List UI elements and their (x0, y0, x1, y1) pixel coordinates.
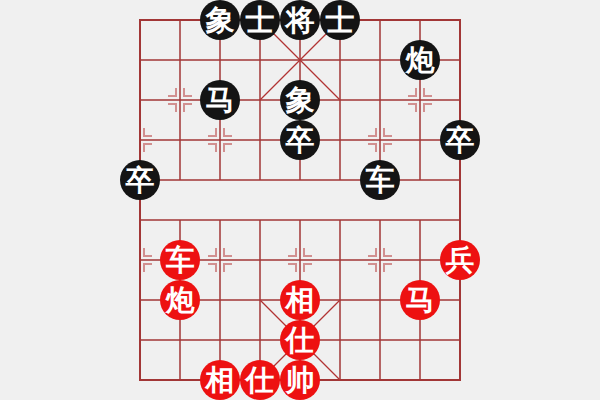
piece-red-soldier[interactable]: 兵 (440, 240, 480, 280)
piece-red-elephant[interactable]: 相 (200, 360, 240, 400)
piece-red-chariot[interactable]: 车 (160, 240, 200, 280)
piece-black-elephant[interactable]: 象 (200, 0, 240, 40)
piece-red-elephant[interactable]: 相 (280, 280, 320, 320)
piece-black-advisor[interactable]: 士 (320, 0, 360, 40)
piece-black-soldier[interactable]: 卒 (280, 120, 320, 160)
piece-black-cannon[interactable]: 炮 (400, 40, 440, 80)
piece-black-general[interactable]: 将 (280, 0, 320, 40)
piece-black-chariot[interactable]: 车 (360, 160, 400, 200)
piece-black-horse[interactable]: 马 (200, 80, 240, 120)
piece-red-advisor[interactable]: 仕 (240, 360, 280, 400)
piece-red-advisor[interactable]: 仕 (280, 320, 320, 360)
board-stage: 象士将士炮马象卒卒卒车车兵炮相马仕相仕帅 (0, 0, 600, 400)
piece-black-advisor[interactable]: 士 (240, 0, 280, 40)
piece-red-horse[interactable]: 马 (400, 280, 440, 320)
piece-black-elephant[interactable]: 象 (280, 80, 320, 120)
pieces-layer: 象士将士炮马象卒卒卒车车兵炮相马仕相仕帅 (0, 0, 600, 400)
piece-red-general[interactable]: 帅 (280, 360, 320, 400)
piece-black-soldier[interactable]: 卒 (440, 120, 480, 160)
piece-red-cannon[interactable]: 炮 (160, 280, 200, 320)
piece-black-soldier[interactable]: 卒 (120, 160, 160, 200)
